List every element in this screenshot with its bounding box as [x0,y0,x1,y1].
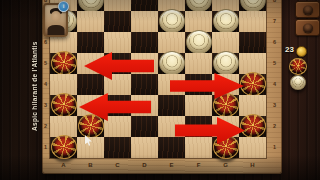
board: ABCDEFGH 87654321 87654321 [42,0,282,174]
square-h1[interactable] [239,137,266,158]
square-h6[interactable] [239,32,266,53]
piece-tray-button-2[interactable] [295,19,320,36]
red-piece-a1[interactable] [51,135,77,159]
rank-label-4: 4 [268,74,281,95]
square-c6[interactable] [104,32,131,53]
file-label-H: H [239,159,266,171]
piece-tray-button-1[interactable] [295,1,320,18]
square-d2[interactable] [131,116,158,137]
avatar-face [51,11,61,21]
info-badge-icon[interactable]: i [58,1,69,12]
square-d4[interactable] [131,74,158,95]
square-e1[interactable] [158,137,185,158]
square-c7[interactable] [104,11,131,32]
square-h7[interactable] [239,11,266,32]
square-h2[interactable] [239,116,266,137]
file-label-G: G [212,159,239,171]
square-f3[interactable] [185,95,212,116]
red-piece-a3[interactable] [51,93,77,117]
square-d1[interactable] [131,137,158,158]
red-piece-h4[interactable] [240,72,266,96]
square-b1[interactable] [77,137,104,158]
square-c2[interactable] [104,116,131,137]
rank-label-1: 1 [268,137,281,158]
square-e5[interactable] [158,53,185,74]
avatar-torso [47,25,64,35]
square-b6[interactable] [77,32,104,53]
square-d6[interactable] [131,32,158,53]
player-name: Aspic hilarant de l'Atlantis [31,31,44,131]
file-label-D: D [131,159,158,171]
white-piece-b8[interactable] [78,0,104,12]
square-f5[interactable] [185,53,212,74]
file-label-A: A [50,159,77,171]
square-f8[interactable] [185,0,212,11]
file-labels: ABCDEFGH [50,159,266,171]
square-b2[interactable] [77,116,104,137]
coin-icon [296,46,307,57]
square-b7[interactable] [77,11,104,32]
rank-labels-right: 87654321 [268,0,281,158]
square-g5[interactable] [212,53,239,74]
white-piece-e7[interactable] [159,9,185,33]
red-piece-b2[interactable] [78,114,104,138]
checkers-app: ABCDEFGH 87654321 87654321 i Aspic hilar… [0,0,320,180]
dark-piece-icon [303,23,313,32]
square-g1[interactable] [212,137,239,158]
square-b4[interactable] [77,74,104,95]
file-label-E: E [158,159,185,171]
white-piece-f8[interactable] [186,0,212,12]
rank-label-8: 8 [268,0,281,11]
coin-count: 23 [278,45,294,54]
square-f1[interactable] [185,137,212,158]
square-d7[interactable] [131,11,158,32]
red-player-indicator-icon [289,58,307,75]
square-g7[interactable] [212,11,239,32]
white-piece-e5[interactable] [159,51,185,75]
rank-label-7: 7 [268,11,281,32]
square-d8[interactable] [131,0,158,11]
rank-label-3: 3 [268,95,281,116]
white-piece-g7[interactable] [213,9,239,33]
square-a1[interactable] [50,137,77,158]
white-player-indicator-icon [290,75,306,90]
square-a3[interactable] [50,95,77,116]
rank-label-5: 5 [268,53,281,74]
file-label-C: C [104,159,131,171]
square-e7[interactable] [158,11,185,32]
square-e3[interactable] [158,95,185,116]
file-label-F: F [185,159,212,171]
white-piece-g5[interactable] [213,51,239,75]
dark-piece-icon [303,5,313,14]
square-h8[interactable] [239,0,266,11]
square-f6[interactable] [185,32,212,53]
square-c8[interactable] [104,0,131,11]
white-piece-h8[interactable] [240,0,266,12]
square-b8[interactable] [77,0,104,11]
red-piece-a5[interactable] [51,51,77,75]
square-a5[interactable] [50,53,77,74]
white-piece-f6[interactable] [186,30,212,54]
file-label-B: B [77,159,104,171]
square-c1[interactable] [104,137,131,158]
square-h4[interactable] [239,74,266,95]
red-piece-h2[interactable] [240,114,266,138]
rank-label-1: 1 [42,137,49,158]
rank-label-2: 2 [268,116,281,137]
